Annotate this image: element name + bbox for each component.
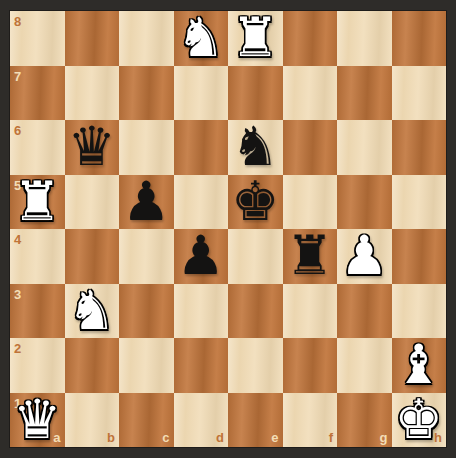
square-d1[interactable]: d — [174, 393, 229, 448]
file-label-f: f — [329, 431, 333, 444]
rank-label-8: 8 — [14, 15, 21, 28]
square-h6[interactable] — [392, 120, 447, 175]
square-g5[interactable] — [337, 175, 392, 230]
board-frame: 8♞♜76♛♞5♜♟♚4♟♜♟3♞2♝1a♛bcdefgh♚ — [0, 0, 456, 458]
square-b2[interactable] — [65, 338, 120, 393]
white-knight[interactable]: ♞ — [174, 11, 229, 66]
square-a8[interactable]: 8 — [10, 11, 65, 66]
square-a1[interactable]: 1a♛ — [10, 393, 65, 448]
square-c1[interactable]: c — [119, 393, 174, 448]
square-h3[interactable] — [392, 284, 447, 339]
rank-label-2: 2 — [14, 342, 21, 355]
square-c4[interactable] — [119, 229, 174, 284]
white-king[interactable]: ♚ — [392, 393, 447, 448]
square-f8[interactable] — [283, 11, 338, 66]
square-h4[interactable] — [392, 229, 447, 284]
rank-label-6: 6 — [14, 124, 21, 137]
square-f6[interactable] — [283, 120, 338, 175]
square-h1[interactable]: h♚ — [392, 393, 447, 448]
square-h5[interactable] — [392, 175, 447, 230]
black-king[interactable]: ♚ — [228, 175, 283, 230]
white-queen[interactable]: ♛ — [10, 393, 65, 448]
square-g6[interactable] — [337, 120, 392, 175]
square-c7[interactable] — [119, 66, 174, 121]
rank-label-3: 3 — [14, 288, 21, 301]
square-b3[interactable]: ♞ — [65, 284, 120, 339]
square-d3[interactable] — [174, 284, 229, 339]
square-a4[interactable]: 4 — [10, 229, 65, 284]
square-a6[interactable]: 6 — [10, 120, 65, 175]
square-f3[interactable] — [283, 284, 338, 339]
file-label-g: g — [380, 431, 388, 444]
square-b7[interactable] — [65, 66, 120, 121]
square-c8[interactable] — [119, 11, 174, 66]
square-d5[interactable] — [174, 175, 229, 230]
square-e4[interactable] — [228, 229, 283, 284]
square-h8[interactable] — [392, 11, 447, 66]
square-h7[interactable] — [392, 66, 447, 121]
square-b4[interactable] — [65, 229, 120, 284]
square-g4[interactable]: ♟ — [337, 229, 392, 284]
square-e7[interactable] — [228, 66, 283, 121]
black-knight[interactable]: ♞ — [228, 120, 283, 175]
square-c6[interactable] — [119, 120, 174, 175]
square-f2[interactable] — [283, 338, 338, 393]
square-e8[interactable]: ♜ — [228, 11, 283, 66]
file-label-c: c — [162, 431, 169, 444]
square-e3[interactable] — [228, 284, 283, 339]
white-bishop[interactable]: ♝ — [392, 338, 447, 393]
square-d8[interactable]: ♞ — [174, 11, 229, 66]
black-queen[interactable]: ♛ — [65, 120, 120, 175]
square-f4[interactable]: ♜ — [283, 229, 338, 284]
square-g3[interactable] — [337, 284, 392, 339]
file-label-e: e — [271, 431, 278, 444]
square-e2[interactable] — [228, 338, 283, 393]
black-pawn[interactable]: ♟ — [119, 175, 174, 230]
square-g1[interactable]: g — [337, 393, 392, 448]
square-d4[interactable]: ♟ — [174, 229, 229, 284]
black-rook[interactable]: ♜ — [283, 229, 338, 284]
square-f1[interactable]: f — [283, 393, 338, 448]
white-rook[interactable]: ♜ — [10, 175, 65, 230]
square-e6[interactable]: ♞ — [228, 120, 283, 175]
white-pawn[interactable]: ♟ — [337, 229, 392, 284]
square-a2[interactable]: 2 — [10, 338, 65, 393]
file-label-b: b — [107, 431, 115, 444]
square-b1[interactable]: b — [65, 393, 120, 448]
square-c2[interactable] — [119, 338, 174, 393]
square-a7[interactable]: 7 — [10, 66, 65, 121]
square-c3[interactable] — [119, 284, 174, 339]
square-g8[interactable] — [337, 11, 392, 66]
square-c5[interactable]: ♟ — [119, 175, 174, 230]
white-rook[interactable]: ♜ — [228, 11, 283, 66]
square-b6[interactable]: ♛ — [65, 120, 120, 175]
square-d7[interactable] — [174, 66, 229, 121]
file-label-d: d — [216, 431, 224, 444]
square-e1[interactable]: e — [228, 393, 283, 448]
chess-board: 8♞♜76♛♞5♜♟♚4♟♜♟3♞2♝1a♛bcdefgh♚ — [10, 11, 446, 447]
square-f7[interactable] — [283, 66, 338, 121]
square-g2[interactable] — [337, 338, 392, 393]
white-knight[interactable]: ♞ — [65, 284, 120, 339]
square-b8[interactable] — [65, 11, 120, 66]
square-b5[interactable] — [65, 175, 120, 230]
square-e5[interactable]: ♚ — [228, 175, 283, 230]
square-a3[interactable]: 3 — [10, 284, 65, 339]
square-d6[interactable] — [174, 120, 229, 175]
square-g7[interactable] — [337, 66, 392, 121]
square-f5[interactable] — [283, 175, 338, 230]
square-a5[interactable]: 5♜ — [10, 175, 65, 230]
rank-label-7: 7 — [14, 70, 21, 83]
black-pawn[interactable]: ♟ — [174, 229, 229, 284]
rank-label-4: 4 — [14, 233, 21, 246]
square-d2[interactable] — [174, 338, 229, 393]
square-h2[interactable]: ♝ — [392, 338, 447, 393]
